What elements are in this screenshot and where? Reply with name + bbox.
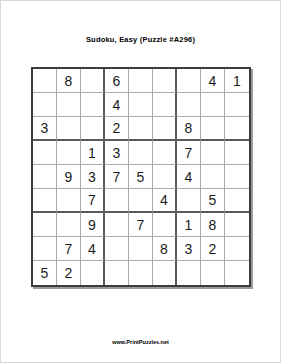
cell-r6c8: 5 bbox=[201, 189, 225, 213]
cell-r8c5 bbox=[129, 237, 153, 261]
cell-r7c9 bbox=[225, 213, 249, 237]
sudoku-page: Sudoku, Easy (Puzzle #A296) 864143281379… bbox=[0, 0, 281, 363]
cell-r5c1 bbox=[33, 165, 57, 189]
cell-r8c6: 8 bbox=[153, 237, 177, 261]
cell-r3c6 bbox=[153, 117, 177, 141]
footer-url: www.PrintPuzzles.net bbox=[1, 339, 280, 345]
cell-r3c3 bbox=[81, 117, 105, 141]
cell-r8c3: 4 bbox=[81, 237, 105, 261]
cell-r9c9 bbox=[225, 261, 249, 285]
cell-r1c5 bbox=[129, 69, 153, 93]
cell-r5c9 bbox=[225, 165, 249, 189]
cell-r4c8 bbox=[201, 141, 225, 165]
cell-r2c9 bbox=[225, 93, 249, 117]
cell-r2c6 bbox=[153, 93, 177, 117]
cell-r1c9: 1 bbox=[225, 69, 249, 93]
cell-r1c4: 6 bbox=[105, 69, 129, 93]
cell-r7c1 bbox=[33, 213, 57, 237]
cell-r6c2 bbox=[57, 189, 81, 213]
cell-r5c5: 5 bbox=[129, 165, 153, 189]
cell-r2c5 bbox=[129, 93, 153, 117]
cell-r7c7: 1 bbox=[177, 213, 201, 237]
cell-r2c1 bbox=[33, 93, 57, 117]
cell-r1c2: 8 bbox=[57, 69, 81, 93]
cell-r9c1: 5 bbox=[33, 261, 57, 285]
cell-r5c7: 4 bbox=[177, 165, 201, 189]
cell-r7c3: 9 bbox=[81, 213, 105, 237]
cell-r2c4: 4 bbox=[105, 93, 129, 117]
cell-r4c3: 1 bbox=[81, 141, 105, 165]
cell-r4c7: 7 bbox=[177, 141, 201, 165]
cell-r3c1: 3 bbox=[33, 117, 57, 141]
cell-r8c9 bbox=[225, 237, 249, 261]
cell-r6c1 bbox=[33, 189, 57, 213]
cell-r3c2 bbox=[57, 117, 81, 141]
cell-r1c1 bbox=[33, 69, 57, 93]
cell-r2c3 bbox=[81, 93, 105, 117]
cell-r9c4 bbox=[105, 261, 129, 285]
cell-r3c5 bbox=[129, 117, 153, 141]
cell-r3c8 bbox=[201, 117, 225, 141]
cell-r2c2 bbox=[57, 93, 81, 117]
cell-r6c9 bbox=[225, 189, 249, 213]
cell-r6c7 bbox=[177, 189, 201, 213]
sudoku-grid: 864143281379375474597187483252 bbox=[31, 67, 251, 287]
cell-r4c6 bbox=[153, 141, 177, 165]
cell-r7c4 bbox=[105, 213, 129, 237]
cell-r9c6 bbox=[153, 261, 177, 285]
cell-r8c4 bbox=[105, 237, 129, 261]
cell-r6c5 bbox=[129, 189, 153, 213]
cell-r3c7: 8 bbox=[177, 117, 201, 141]
cell-r7c2 bbox=[57, 213, 81, 237]
cell-r8c8: 2 bbox=[201, 237, 225, 261]
cell-r3c4: 2 bbox=[105, 117, 129, 141]
cell-r6c4 bbox=[105, 189, 129, 213]
cell-r9c7 bbox=[177, 261, 201, 285]
cell-r4c2 bbox=[57, 141, 81, 165]
cell-r2c7 bbox=[177, 93, 201, 117]
cell-r9c5 bbox=[129, 261, 153, 285]
cell-r8c2: 7 bbox=[57, 237, 81, 261]
cell-r3c9 bbox=[225, 117, 249, 141]
cell-r6c6: 4 bbox=[153, 189, 177, 213]
cell-r9c2: 2 bbox=[57, 261, 81, 285]
cell-r2c8 bbox=[201, 93, 225, 117]
page-title: Sudoku, Easy (Puzzle #A296) bbox=[1, 35, 280, 44]
cell-r4c9 bbox=[225, 141, 249, 165]
cell-r5c4: 7 bbox=[105, 165, 129, 189]
cell-r9c8 bbox=[201, 261, 225, 285]
cell-r5c8 bbox=[201, 165, 225, 189]
cell-r1c7 bbox=[177, 69, 201, 93]
cell-r7c5: 7 bbox=[129, 213, 153, 237]
cell-r7c6 bbox=[153, 213, 177, 237]
cell-r7c8: 8 bbox=[201, 213, 225, 237]
cell-r9c3 bbox=[81, 261, 105, 285]
cell-r1c8: 4 bbox=[201, 69, 225, 93]
cell-r5c6 bbox=[153, 165, 177, 189]
cell-r8c7: 3 bbox=[177, 237, 201, 261]
cell-r4c5 bbox=[129, 141, 153, 165]
cell-r5c2: 9 bbox=[57, 165, 81, 189]
cell-r1c6 bbox=[153, 69, 177, 93]
cell-r1c3 bbox=[81, 69, 105, 93]
cell-r5c3: 3 bbox=[81, 165, 105, 189]
cell-r6c3: 7 bbox=[81, 189, 105, 213]
cell-r4c1 bbox=[33, 141, 57, 165]
cell-r4c4: 3 bbox=[105, 141, 129, 165]
cell-r8c1 bbox=[33, 237, 57, 261]
